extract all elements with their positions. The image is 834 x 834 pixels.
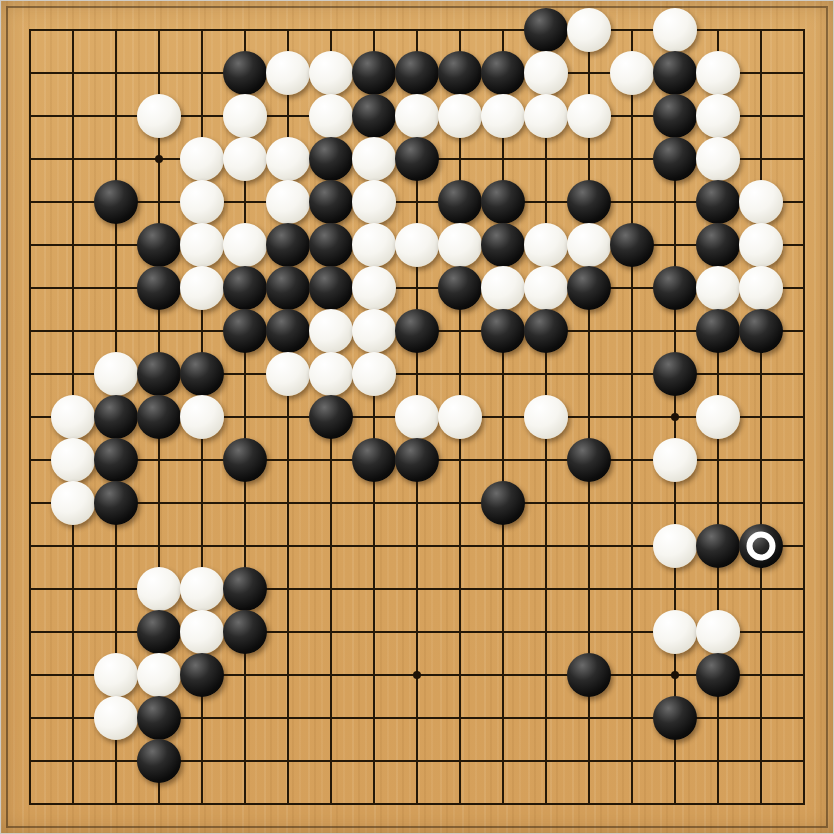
stone-black bbox=[567, 180, 611, 224]
stone-black bbox=[696, 653, 740, 697]
stone-black bbox=[137, 395, 181, 439]
stone-white bbox=[739, 180, 783, 224]
stone-black bbox=[739, 309, 783, 353]
stone-black bbox=[137, 223, 181, 267]
stone-black bbox=[266, 223, 310, 267]
grid-line-horizontal bbox=[29, 502, 805, 504]
stone-white bbox=[352, 137, 396, 181]
stone-white bbox=[180, 567, 224, 611]
stone-black bbox=[309, 395, 353, 439]
stone-black bbox=[223, 51, 267, 95]
stone-white bbox=[352, 352, 396, 396]
stone-black bbox=[180, 352, 224, 396]
stone-black bbox=[653, 696, 697, 740]
stone-white bbox=[524, 266, 568, 310]
stone-white bbox=[696, 395, 740, 439]
stone-white bbox=[94, 696, 138, 740]
stone-black bbox=[696, 180, 740, 224]
stone-black bbox=[653, 94, 697, 138]
stone-white bbox=[352, 309, 396, 353]
stone-black bbox=[567, 653, 611, 697]
stone-white bbox=[567, 223, 611, 267]
stone-white bbox=[653, 610, 697, 654]
stone-black bbox=[137, 352, 181, 396]
stone-black bbox=[94, 180, 138, 224]
star-point bbox=[671, 413, 679, 421]
stone-white bbox=[610, 51, 654, 95]
stone-black bbox=[395, 438, 439, 482]
stone-black bbox=[481, 223, 525, 267]
stone-white bbox=[696, 610, 740, 654]
go-board[interactable] bbox=[0, 0, 834, 834]
stone-white bbox=[352, 266, 396, 310]
stone-white bbox=[94, 352, 138, 396]
stone-white bbox=[266, 137, 310, 181]
stone-black bbox=[438, 51, 482, 95]
stone-black bbox=[653, 352, 697, 396]
stone-black bbox=[223, 610, 267, 654]
stone-white bbox=[395, 94, 439, 138]
stone-black bbox=[266, 266, 310, 310]
stone-black bbox=[223, 266, 267, 310]
stone-black bbox=[438, 180, 482, 224]
stone-white bbox=[438, 94, 482, 138]
stone-black bbox=[524, 309, 568, 353]
stone-white bbox=[137, 94, 181, 138]
stone-black bbox=[481, 309, 525, 353]
stone-white bbox=[266, 180, 310, 224]
stone-white bbox=[352, 223, 396, 267]
stone-black bbox=[524, 8, 568, 52]
stone-black bbox=[94, 481, 138, 525]
stone-black bbox=[309, 223, 353, 267]
stone-white bbox=[266, 352, 310, 396]
stone-white bbox=[653, 8, 697, 52]
stone-white bbox=[223, 94, 267, 138]
stone-white bbox=[94, 653, 138, 697]
stone-black bbox=[309, 266, 353, 310]
stone-black bbox=[180, 653, 224, 697]
stone-white bbox=[352, 180, 396, 224]
stone-black bbox=[696, 223, 740, 267]
stone-black bbox=[395, 309, 439, 353]
stone-black bbox=[223, 567, 267, 611]
stone-white bbox=[223, 137, 267, 181]
stone-black bbox=[696, 309, 740, 353]
star-point bbox=[413, 671, 421, 679]
star-point bbox=[671, 671, 679, 679]
stone-white bbox=[653, 524, 697, 568]
go-board-screenshot bbox=[0, 0, 834, 834]
grid-line-vertical bbox=[760, 29, 762, 805]
stone-white bbox=[180, 180, 224, 224]
stone-black bbox=[352, 94, 396, 138]
stone-black bbox=[610, 223, 654, 267]
grid-line-vertical bbox=[631, 29, 633, 805]
stone-black bbox=[438, 266, 482, 310]
stone-white bbox=[567, 8, 611, 52]
stone-white bbox=[395, 223, 439, 267]
stone-white bbox=[395, 395, 439, 439]
stone-white bbox=[524, 223, 568, 267]
stone-black bbox=[395, 51, 439, 95]
stone-white bbox=[51, 395, 95, 439]
grid-line-vertical bbox=[502, 29, 504, 805]
stone-black bbox=[352, 51, 396, 95]
stone-black bbox=[94, 438, 138, 482]
stone-black bbox=[739, 524, 783, 568]
stone-white bbox=[137, 653, 181, 697]
stone-white bbox=[481, 94, 525, 138]
stone-black bbox=[223, 438, 267, 482]
stone-white bbox=[180, 395, 224, 439]
stone-black bbox=[309, 180, 353, 224]
stone-black bbox=[352, 438, 396, 482]
stone-white bbox=[51, 481, 95, 525]
stone-white bbox=[309, 352, 353, 396]
stone-black bbox=[653, 266, 697, 310]
stone-white bbox=[51, 438, 95, 482]
stone-white bbox=[438, 395, 482, 439]
stone-white bbox=[739, 266, 783, 310]
stone-white bbox=[180, 137, 224, 181]
stone-white bbox=[696, 137, 740, 181]
stone-black bbox=[481, 481, 525, 525]
stone-white bbox=[567, 94, 611, 138]
stone-black bbox=[481, 51, 525, 95]
stone-white bbox=[696, 94, 740, 138]
stone-black bbox=[653, 51, 697, 95]
stone-black bbox=[567, 438, 611, 482]
stone-white bbox=[180, 266, 224, 310]
stone-black bbox=[481, 180, 525, 224]
stone-white bbox=[137, 567, 181, 611]
stone-white bbox=[438, 223, 482, 267]
stone-black bbox=[567, 266, 611, 310]
stone-black bbox=[137, 266, 181, 310]
stone-black bbox=[696, 524, 740, 568]
stone-white bbox=[524, 51, 568, 95]
star-point bbox=[155, 155, 163, 163]
stone-black bbox=[309, 137, 353, 181]
stone-white bbox=[481, 266, 525, 310]
stone-black bbox=[395, 137, 439, 181]
stone-black bbox=[223, 309, 267, 353]
grid-line-vertical bbox=[803, 29, 805, 805]
stone-black bbox=[94, 395, 138, 439]
stone-black bbox=[137, 739, 181, 783]
stone-white bbox=[266, 51, 310, 95]
stone-black bbox=[137, 610, 181, 654]
stone-white bbox=[739, 223, 783, 267]
stone-white bbox=[309, 309, 353, 353]
stone-white bbox=[696, 51, 740, 95]
stone-white bbox=[653, 438, 697, 482]
stone-black bbox=[653, 137, 697, 181]
stone-black bbox=[137, 696, 181, 740]
last-move-circle-marker bbox=[747, 532, 776, 561]
stone-white bbox=[309, 51, 353, 95]
stone-white bbox=[223, 223, 267, 267]
stone-white bbox=[180, 610, 224, 654]
grid-line-horizontal bbox=[29, 803, 805, 805]
stone-white bbox=[180, 223, 224, 267]
stone-white bbox=[524, 395, 568, 439]
stone-black bbox=[266, 309, 310, 353]
stone-white bbox=[524, 94, 568, 138]
stone-white bbox=[696, 266, 740, 310]
stone-white bbox=[309, 94, 353, 138]
